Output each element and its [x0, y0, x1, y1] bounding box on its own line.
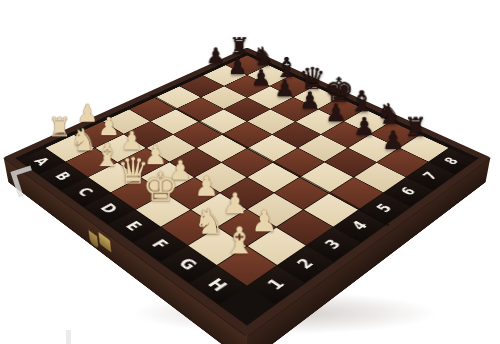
- product-photo-chess-set: ABCDEFGH 87654321 ♜♞♝♛♚♝♞♜♟♟♟♟♟♟♟♟♟♟♟♟♟♟…: [0, 0, 500, 344]
- file-label-d: D: [84, 193, 134, 224]
- scene: ABCDEFGH 87654321 ♜♞♝♛♚♝♞♜♟♟♟♟♟♟♟♟♟♟♟♟♟♟…: [75, 0, 419, 330]
- white-pawn-h2: ♟: [241, 189, 288, 253]
- watermark-corner-mark: [66, 330, 91, 344]
- chess-board: ABCDEFGH 87654321 ♜♞♝♛♚♝♞♜♟♟♟♟♟♟♟♟♟♟♟♟♟♟…: [4, 48, 490, 336]
- white-bishop-h1: ♝: [215, 211, 263, 270]
